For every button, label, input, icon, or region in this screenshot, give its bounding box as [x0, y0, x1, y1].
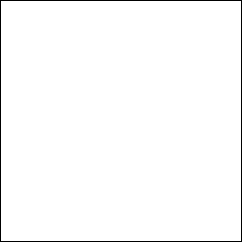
chess-board	[0, 0, 242, 242]
chess-board-wrapper	[0, 0, 242, 242]
